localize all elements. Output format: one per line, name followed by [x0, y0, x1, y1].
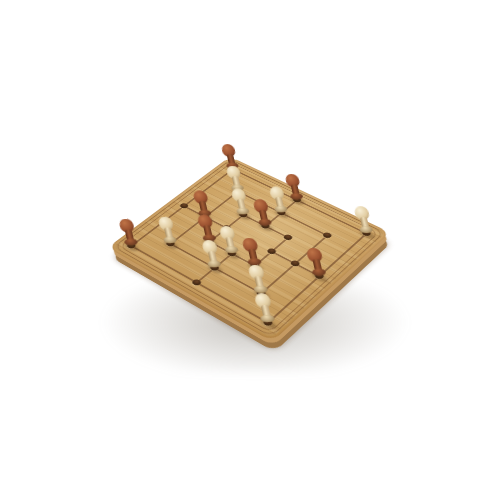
light-peg-b2 — [156, 216, 178, 244]
product-photo-canvas — [0, 0, 500, 500]
dark-peg-g4 — [305, 247, 328, 276]
peg-base — [311, 268, 326, 276]
peg-base — [274, 206, 288, 213]
peg-base — [259, 315, 275, 323]
dark-peg-a1 — [117, 218, 139, 246]
hole-f4 — [289, 260, 301, 268]
dark-peg-d5 — [251, 199, 273, 226]
dark-peg-e3 — [240, 237, 263, 266]
peg-base — [162, 236, 176, 244]
peg-base — [123, 238, 137, 246]
peg-base — [358, 226, 372, 234]
point-b2 — [151, 231, 190, 257]
peg-base — [224, 246, 239, 254]
light-peg-d2 — [200, 239, 223, 268]
peg-base — [257, 219, 271, 227]
hole-f6 — [322, 232, 333, 239]
dark-peg-d7 — [283, 173, 304, 200]
peg-base — [289, 193, 303, 200]
point-e5 — [268, 225, 307, 250]
peg-base — [235, 208, 249, 215]
light-peg-d6 — [268, 186, 289, 213]
hole-e4 — [266, 248, 277, 255]
hole-d1 — [191, 278, 203, 286]
hole-e5 — [282, 234, 293, 241]
point-f6 — [308, 223, 347, 248]
hole-a4 — [179, 202, 190, 209]
light-peg-g1 — [253, 293, 277, 323]
peg-base — [206, 260, 221, 268]
light-peg-d3 — [218, 226, 240, 254]
light-peg-g7 — [352, 206, 374, 234]
dark-peg-b4 — [191, 190, 212, 217]
